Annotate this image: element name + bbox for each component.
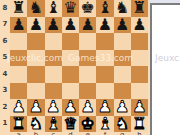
rank-labels: 87654321: [0, 0, 10, 132]
black-pawn-icon: ♟: [132, 17, 146, 33]
black-pawn-icon: ♟: [11, 17, 25, 33]
chess-board: 87654321 ♜♞♝♛♚♝♞♜♟♟♟♟♟♟♟♟♟♟♟♟♟♟♟♟♜♞♝♛♚♝♞…: [0, 0, 150, 135]
panel-body: [150, 3, 180, 135]
white-knight-icon: ♞: [115, 116, 129, 132]
file-label-b: b: [27, 132, 44, 135]
rank-label-8: 8: [0, 0, 10, 17]
white-bishop-icon: ♝: [46, 116, 60, 132]
square-e4[interactable]: [79, 66, 96, 83]
square-b6[interactable]: [27, 33, 44, 50]
black-knight-icon: ♞: [115, 0, 129, 16]
white-pawn-icon: ♟: [63, 99, 77, 115]
square-g5[interactable]: [114, 50, 131, 67]
white-pawn-icon: ♟: [80, 99, 94, 115]
square-d7[interactable]: ♟: [62, 17, 79, 34]
black-knight-icon: ♞: [29, 0, 43, 16]
square-d5[interactable]: [62, 50, 79, 67]
rank-label-6: 6: [0, 33, 10, 50]
square-g7[interactable]: ♟: [114, 17, 131, 34]
square-e5[interactable]: [79, 50, 96, 67]
square-c7[interactable]: ♟: [45, 17, 62, 34]
square-f5[interactable]: [96, 50, 113, 67]
square-b4[interactable]: [27, 66, 44, 83]
white-rook-icon: ♜: [132, 116, 146, 132]
square-a7[interactable]: ♟: [10, 17, 27, 34]
white-pawn-icon: ♟: [11, 99, 25, 115]
chess-app: 87654321 ♜♞♝♛♚♝♞♜♟♟♟♟♟♟♟♟♟♟♟♟♟♟♟♟♜♞♝♛♚♝♞…: [0, 0, 180, 135]
square-a5[interactable]: [10, 50, 27, 67]
square-f7[interactable]: ♟: [96, 17, 113, 34]
rank-label-1: 1: [0, 116, 10, 133]
black-pawn-icon: ♟: [29, 17, 43, 33]
white-rook-icon: ♜: [11, 116, 25, 132]
file-label-c: c: [45, 132, 62, 135]
rank-label-2: 2: [0, 99, 10, 116]
square-c4[interactable]: [45, 66, 62, 83]
black-queen-icon: ♛: [63, 0, 77, 16]
black-pawn-icon: ♟: [98, 17, 112, 33]
file-label-f: f: [96, 132, 113, 135]
white-pawn-icon: ♟: [29, 99, 43, 115]
black-rook-icon: ♜: [132, 0, 146, 16]
rank-label-5: 5: [0, 50, 10, 67]
square-h4[interactable]: [131, 66, 148, 83]
square-b1[interactable]: ♞: [27, 116, 44, 133]
file-label-e: e: [79, 132, 96, 135]
square-d4[interactable]: [62, 66, 79, 83]
square-b7[interactable]: ♟: [27, 17, 44, 34]
black-bishop-icon: ♝: [98, 0, 112, 16]
white-pawn-icon: ♟: [46, 99, 60, 115]
square-d6[interactable]: [62, 33, 79, 50]
square-g6[interactable]: [114, 33, 131, 50]
square-g4[interactable]: [114, 66, 131, 83]
file-label-d: d: [62, 132, 79, 135]
white-pawn-icon: ♟: [115, 99, 129, 115]
white-pawn-icon: ♟: [132, 99, 146, 115]
rank-label-3: 3: [0, 83, 10, 100]
black-pawn-icon: ♟: [63, 17, 77, 33]
square-a6[interactable]: [10, 33, 27, 50]
file-label-h: h: [131, 132, 148, 135]
white-knight-icon: ♞: [29, 116, 43, 132]
file-label-g: g: [114, 132, 131, 135]
black-rook-icon: ♜: [11, 0, 25, 16]
white-pawn-icon: ♟: [98, 99, 112, 115]
board-grid: ♜♞♝♛♚♝♞♜♟♟♟♟♟♟♟♟♟♟♟♟♟♟♟♟♜♞♝♛♚♝♞♜: [10, 0, 148, 132]
square-a4[interactable]: [10, 66, 27, 83]
square-f6[interactable]: [96, 33, 113, 50]
file-labels: abcdefgh: [10, 132, 148, 135]
white-king-icon: ♚: [80, 116, 94, 132]
black-king-icon: ♚: [80, 0, 94, 16]
black-pawn-icon: ♟: [80, 17, 94, 33]
square-e7[interactable]: ♟: [79, 17, 96, 34]
square-e1[interactable]: ♚: [79, 116, 96, 133]
black-bishop-icon: ♝: [46, 0, 60, 16]
side-panel: [150, 0, 180, 135]
square-c6[interactable]: [45, 33, 62, 50]
white-bishop-icon: ♝: [98, 116, 112, 132]
square-f1[interactable]: ♝: [96, 116, 113, 133]
square-c5[interactable]: [45, 50, 62, 67]
square-b5[interactable]: [27, 50, 44, 67]
rank-label-7: 7: [0, 17, 10, 34]
square-f4[interactable]: [96, 66, 113, 83]
square-g1[interactable]: ♞: [114, 116, 131, 133]
square-h5[interactable]: [131, 50, 148, 67]
square-e6[interactable]: [79, 33, 96, 50]
black-pawn-icon: ♟: [115, 17, 129, 33]
white-queen-icon: ♛: [63, 116, 77, 132]
square-h6[interactable]: [131, 33, 148, 50]
black-pawn-icon: ♟: [46, 17, 60, 33]
square-h1[interactable]: ♜: [131, 116, 148, 133]
square-d1[interactable]: ♛: [62, 116, 79, 133]
square-a1[interactable]: ♜: [10, 116, 27, 133]
square-c1[interactable]: ♝: [45, 116, 62, 133]
rank-label-4: 4: [0, 66, 10, 83]
file-label-a: a: [10, 132, 27, 135]
square-h7[interactable]: ♟: [131, 17, 148, 34]
